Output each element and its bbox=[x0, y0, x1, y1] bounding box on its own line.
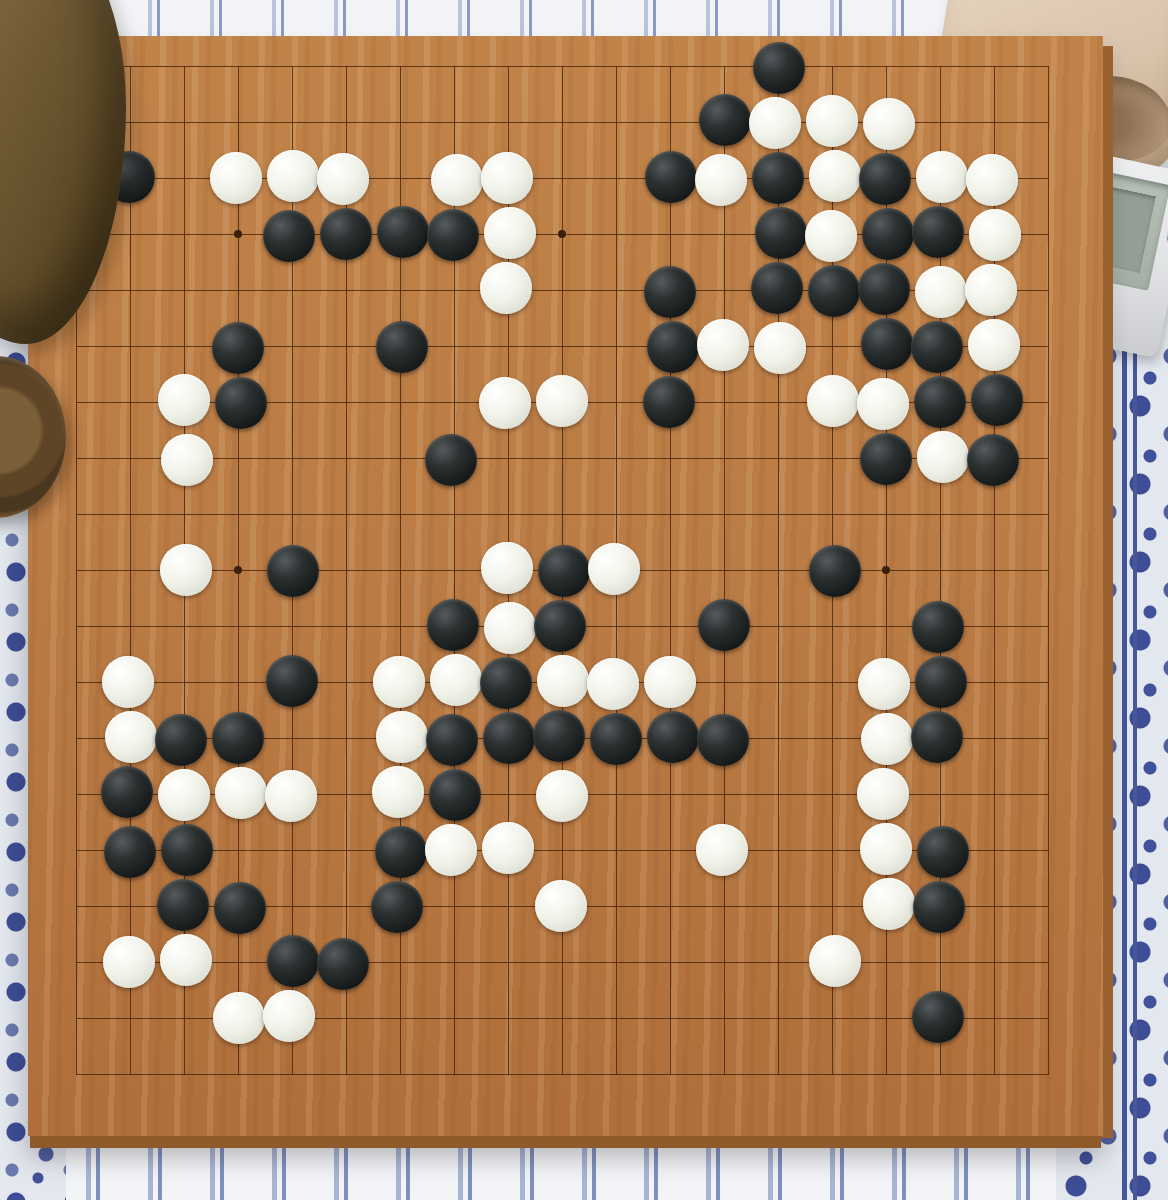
black-stone[interactable] bbox=[915, 656, 967, 708]
white-stone[interactable] bbox=[863, 878, 915, 930]
black-stone[interactable] bbox=[155, 714, 207, 766]
white-stone[interactable] bbox=[373, 656, 425, 708]
white-stone[interactable] bbox=[376, 711, 428, 763]
white-stone[interactable] bbox=[695, 154, 747, 206]
white-stone[interactable] bbox=[536, 770, 588, 822]
white-stone[interactable] bbox=[965, 264, 1017, 316]
white-stone[interactable] bbox=[425, 824, 477, 876]
black-stone[interactable] bbox=[861, 318, 913, 370]
white-stone[interactable] bbox=[158, 769, 210, 821]
black-stone[interactable] bbox=[214, 882, 266, 934]
white-stone[interactable] bbox=[267, 150, 319, 202]
black-stone[interactable] bbox=[697, 714, 749, 766]
black-stone[interactable] bbox=[317, 938, 369, 990]
black-stone[interactable] bbox=[101, 766, 153, 818]
white-stone[interactable] bbox=[213, 992, 265, 1044]
black-stone[interactable] bbox=[538, 545, 590, 597]
white-stone[interactable] bbox=[482, 822, 534, 874]
white-stone[interactable] bbox=[481, 152, 533, 204]
black-stone[interactable] bbox=[809, 545, 861, 597]
white-stone[interactable] bbox=[161, 434, 213, 486]
black-stone[interactable] bbox=[534, 600, 586, 652]
black-stone[interactable] bbox=[914, 376, 966, 428]
white-stone[interactable] bbox=[103, 936, 155, 988]
white-stone[interactable] bbox=[537, 655, 589, 707]
white-stone[interactable] bbox=[857, 768, 909, 820]
white-stone[interactable] bbox=[969, 209, 1021, 261]
table-scene bbox=[0, 0, 1168, 1200]
black-stone[interactable] bbox=[753, 42, 805, 94]
white-stone[interactable] bbox=[317, 153, 369, 205]
go-board bbox=[28, 36, 1103, 1136]
star-point bbox=[558, 230, 566, 238]
black-stone[interactable] bbox=[376, 321, 428, 373]
black-stone[interactable] bbox=[858, 263, 910, 315]
black-stone[interactable] bbox=[751, 262, 803, 314]
black-stone[interactable] bbox=[967, 434, 1019, 486]
white-stone[interactable] bbox=[805, 210, 857, 262]
white-stone[interactable] bbox=[696, 824, 748, 876]
black-stone[interactable] bbox=[755, 207, 807, 259]
white-stone[interactable] bbox=[105, 711, 157, 763]
black-stone[interactable] bbox=[647, 711, 699, 763]
black-stone[interactable] bbox=[590, 713, 642, 765]
white-stone[interactable] bbox=[430, 654, 482, 706]
black-stone[interactable] bbox=[862, 208, 914, 260]
black-stone[interactable] bbox=[267, 935, 319, 987]
black-stone[interactable] bbox=[911, 321, 963, 373]
black-stone[interactable] bbox=[971, 374, 1023, 426]
black-stone[interactable] bbox=[912, 206, 964, 258]
white-stone[interactable] bbox=[484, 207, 536, 259]
black-stone[interactable] bbox=[104, 826, 156, 878]
white-stone[interactable] bbox=[860, 823, 912, 875]
black-stone[interactable] bbox=[161, 824, 213, 876]
black-stone[interactable] bbox=[320, 208, 372, 260]
black-stone[interactable] bbox=[215, 377, 267, 429]
white-stone[interactable] bbox=[644, 656, 696, 708]
black-stone[interactable] bbox=[157, 879, 209, 931]
black-stone[interactable] bbox=[533, 710, 585, 762]
white-stone[interactable] bbox=[968, 319, 1020, 371]
black-stone[interactable] bbox=[425, 434, 477, 486]
black-stone[interactable] bbox=[426, 714, 478, 766]
black-stone[interactable] bbox=[429, 769, 481, 821]
black-stone[interactable] bbox=[263, 210, 315, 262]
white-stone[interactable] bbox=[263, 990, 315, 1042]
black-stone[interactable] bbox=[212, 322, 264, 374]
black-stone[interactable] bbox=[371, 881, 423, 933]
black-stone[interactable] bbox=[427, 599, 479, 651]
black-stone[interactable] bbox=[913, 881, 965, 933]
white-stone[interactable] bbox=[158, 374, 210, 426]
star-point bbox=[882, 566, 890, 574]
black-stone[interactable] bbox=[266, 655, 318, 707]
black-stone[interactable] bbox=[917, 826, 969, 878]
white-stone[interactable] bbox=[480, 262, 532, 314]
black-stone[interactable] bbox=[699, 94, 751, 146]
white-stone[interactable] bbox=[215, 767, 267, 819]
white-stone[interactable] bbox=[916, 151, 968, 203]
white-stone[interactable] bbox=[588, 543, 640, 595]
white-stone[interactable] bbox=[210, 152, 262, 204]
white-stone[interactable] bbox=[160, 934, 212, 986]
white-stone[interactable] bbox=[265, 770, 317, 822]
black-stone[interactable] bbox=[912, 991, 964, 1043]
white-stone[interactable] bbox=[697, 319, 749, 371]
black-stone[interactable] bbox=[859, 153, 911, 205]
black-stone[interactable] bbox=[645, 151, 697, 203]
white-stone[interactable] bbox=[809, 150, 861, 202]
black-stone[interactable] bbox=[752, 152, 804, 204]
black-stone[interactable] bbox=[644, 266, 696, 318]
white-stone[interactable] bbox=[809, 935, 861, 987]
board-grid[interactable] bbox=[76, 66, 1049, 1075]
white-stone[interactable] bbox=[535, 880, 587, 932]
white-stone[interactable] bbox=[587, 658, 639, 710]
black-stone[interactable] bbox=[480, 657, 532, 709]
white-stone[interactable] bbox=[431, 154, 483, 206]
black-stone[interactable] bbox=[212, 712, 264, 764]
black-stone[interactable] bbox=[643, 376, 695, 428]
white-stone[interactable] bbox=[917, 431, 969, 483]
white-stone[interactable] bbox=[536, 375, 588, 427]
white-stone[interactable] bbox=[160, 544, 212, 596]
white-stone[interactable] bbox=[966, 154, 1018, 206]
white-stone[interactable] bbox=[858, 658, 910, 710]
white-stone[interactable] bbox=[861, 713, 913, 765]
white-stone[interactable] bbox=[479, 377, 531, 429]
black-stone[interactable] bbox=[377, 206, 429, 258]
black-stone[interactable] bbox=[483, 712, 535, 764]
black-stone[interactable] bbox=[647, 321, 699, 373]
black-stone[interactable] bbox=[912, 601, 964, 653]
white-stone[interactable] bbox=[806, 95, 858, 147]
white-stone[interactable] bbox=[857, 378, 909, 430]
white-stone[interactable] bbox=[102, 656, 154, 708]
star-point bbox=[234, 566, 242, 574]
white-stone[interactable] bbox=[863, 98, 915, 150]
white-stone[interactable] bbox=[754, 322, 806, 374]
black-stone[interactable] bbox=[808, 265, 860, 317]
black-stone[interactable] bbox=[427, 209, 479, 261]
star-point bbox=[234, 230, 242, 238]
tablecloth-striped-band-bottom bbox=[0, 1134, 1168, 1200]
black-stone[interactable] bbox=[911, 711, 963, 763]
black-stone[interactable] bbox=[267, 545, 319, 597]
white-stone[interactable] bbox=[915, 266, 967, 318]
white-stone[interactable] bbox=[807, 375, 859, 427]
black-stone[interactable] bbox=[860, 433, 912, 485]
black-stone[interactable] bbox=[375, 826, 427, 878]
white-stone[interactable] bbox=[372, 766, 424, 818]
white-stone[interactable] bbox=[749, 97, 801, 149]
black-stone[interactable] bbox=[698, 599, 750, 651]
white-stone[interactable] bbox=[481, 542, 533, 594]
white-stone[interactable] bbox=[484, 602, 536, 654]
